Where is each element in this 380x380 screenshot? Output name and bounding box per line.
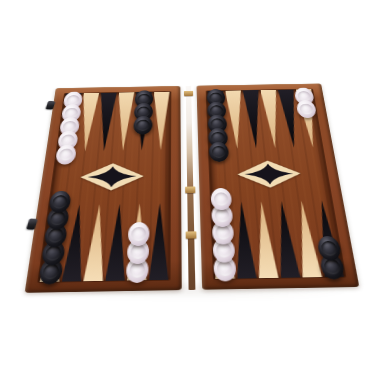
latch-clasp-lower (26, 219, 38, 230)
point-8[interactable] (126, 200, 150, 280)
backgammon-board (25, 83, 360, 292)
point-17[interactable] (132, 92, 153, 153)
product-photo-scene (0, 0, 380, 380)
board-left-half (25, 86, 182, 293)
latch-clasp-upper (45, 101, 55, 110)
quadrant-top-right (207, 89, 323, 152)
point-17-stack (132, 92, 153, 153)
point-18-stack (151, 92, 170, 153)
point-7[interactable] (148, 200, 170, 280)
diamond-inlay-left (76, 159, 146, 195)
black-checker-p17-3[interactable] (133, 116, 153, 135)
brass-hinge-top (184, 91, 193, 96)
white-checker-p24-2[interactable] (296, 100, 317, 118)
brass-hinge-bottom (186, 232, 197, 239)
quadrant-bottom-left (39, 200, 170, 282)
center-fold-gap (186, 86, 196, 290)
point-18[interactable] (151, 92, 170, 153)
white-checker-p6-5[interactable] (210, 188, 232, 210)
point-8-stack (126, 200, 150, 280)
diamond-inlay-right (233, 156, 305, 192)
left-playing-field (39, 92, 171, 282)
quadrant-bottom-right (211, 197, 345, 279)
brass-hinge-middle (185, 186, 195, 193)
board-right-half (196, 83, 359, 289)
quadrant-top-left (56, 92, 170, 155)
right-playing-field (207, 89, 346, 279)
point-7-stack (148, 200, 170, 280)
